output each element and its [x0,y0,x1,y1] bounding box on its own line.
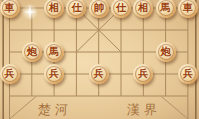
piece-character: 馬 [44,42,64,62]
piece-character: 仕 [111,0,131,18]
piece-character: 兵 [89,64,109,84]
piece-red-general[interactable]: 帥 [89,0,109,18]
piece-red-cannon-left[interactable]: 炮 [22,42,42,62]
piece-character: 相 [44,0,64,18]
piece-character: 馬 [156,0,176,18]
piece-character: 帥 [89,0,109,18]
piece-red-soldier-2[interactable]: 兵 [44,64,64,84]
piece-character: 兵 [0,64,20,84]
piece-red-advisor-right[interactable]: 仕 [111,0,131,18]
piece-red-chariot-right[interactable]: 車 [178,0,198,18]
piece-character: 車 [0,0,20,18]
piece-red-soldier-1[interactable]: 兵 [0,64,20,84]
piece-character: 兵 [133,64,153,84]
piece-character: 相 [133,0,153,18]
piece-red-soldier-4[interactable]: 兵 [133,64,153,84]
piece-character: 兵 [44,64,64,84]
piece-red-chariot-left[interactable]: 車 [0,0,20,18]
piece-red-elephant-left[interactable]: 相 [44,0,64,18]
piece-red-elephant-right[interactable]: 相 [133,0,153,18]
piece-character: 仕 [66,0,86,18]
river-label-chu-he: 楚河 [38,101,73,119]
piece-red-cannon-right[interactable]: 炮 [156,42,176,62]
piece-red-advisor-left[interactable]: 仕 [66,0,86,18]
piece-character: 炮 [22,42,42,62]
piece-character: 兵 [178,64,198,84]
piece-red-horse-right[interactable]: 馬 [156,0,176,18]
piece-red-horse-left[interactable]: 馬 [44,42,64,62]
piece-character: 車 [178,0,198,18]
piece-character: 炮 [156,42,176,62]
river-label-han-jie: 漢界 [127,101,162,119]
piece-red-soldier-5[interactable]: 兵 [178,64,198,84]
xiangqi-board[interactable]: 楚河 漢界 車相仕帥仕相馬車炮馬炮兵兵兵兵兵 [0,0,199,119]
piece-red-soldier-3[interactable]: 兵 [89,64,109,84]
